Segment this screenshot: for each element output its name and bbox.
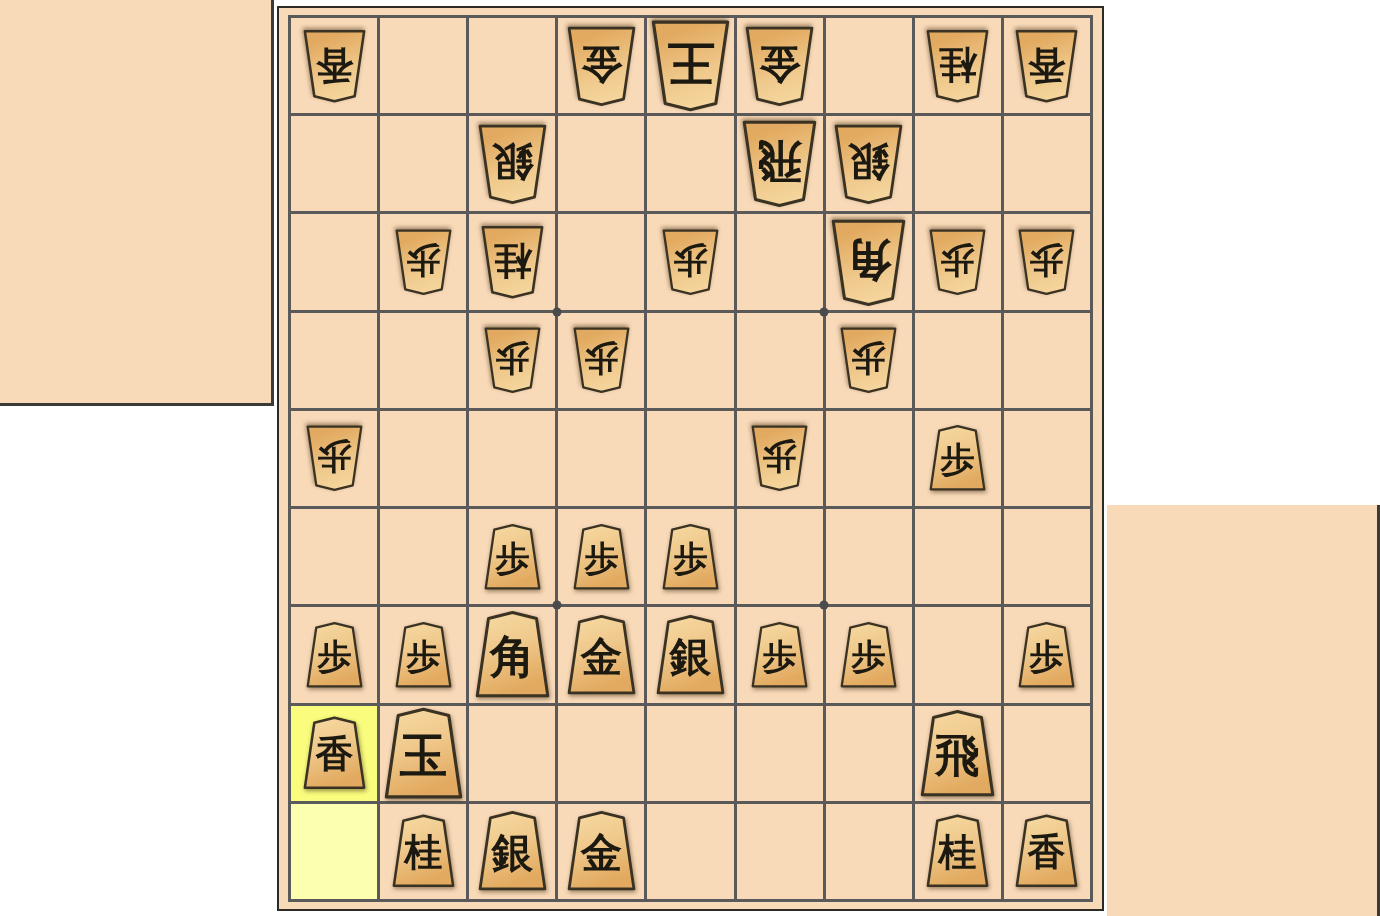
board-cell-6c[interactable] <box>558 214 644 309</box>
board-cell-3a[interactable] <box>826 18 912 113</box>
piece-tile: 飛 <box>742 117 817 210</box>
board-cell-7i[interactable]: 銀 <box>469 804 555 899</box>
piece-kanji: 歩 <box>1029 636 1064 676</box>
piece-sente-pawn[interactable]: 歩 <box>929 419 986 497</box>
board-cell-4a[interactable]: 金 <box>737 18 823 113</box>
piece-kanji: 金 <box>580 40 623 89</box>
piece-tile: 歩 <box>662 518 719 596</box>
board-cell-1f[interactable] <box>1004 509 1090 604</box>
board-cell-7h[interactable] <box>469 706 555 801</box>
piece-gote-gold[interactable]: 金 <box>745 22 814 110</box>
board-cell-5e[interactable] <box>647 411 733 506</box>
piece-kanji: 歩 <box>584 339 619 379</box>
piece-kanji: 歩 <box>852 339 887 379</box>
piece-tile: 歩 <box>751 616 808 694</box>
board-cell-6a[interactable]: 金 <box>558 18 644 113</box>
board-cell-9f[interactable] <box>291 509 377 604</box>
gote-piece-stand <box>0 0 274 406</box>
board-cell-3f[interactable] <box>826 509 912 604</box>
piece-sente-lance[interactable]: 香 <box>303 711 366 795</box>
piece-tile: 金 <box>567 22 636 110</box>
piece-kanji: 歩 <box>672 538 707 578</box>
piece-tile: 金 <box>567 807 636 895</box>
piece-sente-pawn[interactable]: 歩 <box>840 616 897 694</box>
piece-kanji: 香 <box>1028 42 1067 86</box>
piece-gote-lance[interactable]: 香 <box>1015 24 1078 108</box>
board-cell-8c[interactable]: 歩 <box>380 214 466 309</box>
piece-tile: 香 <box>1015 809 1078 893</box>
piece-kanji: 角 <box>488 630 535 683</box>
piece-kanji: 歩 <box>494 538 529 578</box>
board-cell-9a[interactable]: 香 <box>291 18 377 113</box>
piece-kanji: 歩 <box>940 440 975 480</box>
piece-sente-silver[interactable]: 銀 <box>656 611 725 699</box>
piece-gote-pawn[interactable]: 歩 <box>662 223 719 301</box>
board-cell-6f[interactable]: 歩 <box>558 509 644 604</box>
piece-sente-bishop[interactable]: 角 <box>475 608 550 701</box>
piece-kanji: 金 <box>580 828 623 877</box>
piece-kanji: 金 <box>758 40 801 89</box>
board-cell-1i[interactable]: 香 <box>1004 804 1090 899</box>
piece-tile: 歩 <box>395 223 452 301</box>
piece-gote-rook[interactable]: 飛 <box>742 117 817 210</box>
piece-kanji: 歩 <box>763 437 798 477</box>
piece-tile: 歩 <box>929 419 986 497</box>
board-cell-5f[interactable]: 歩 <box>647 509 733 604</box>
piece-sente-pawn[interactable]: 歩 <box>751 616 808 694</box>
piece-kanji: 飛 <box>757 136 803 189</box>
board-cell-1b[interactable] <box>1004 116 1090 211</box>
hoshi-dot <box>553 307 562 316</box>
piece-kanji: 歩 <box>673 241 708 281</box>
sente-piece-stand <box>1107 505 1380 916</box>
board-cell-9h[interactable]: 香 <box>291 706 377 801</box>
board-cell-7e[interactable] <box>469 411 555 506</box>
board-cell-9c[interactable] <box>291 214 377 309</box>
board-cell-3i[interactable] <box>826 804 912 899</box>
board-cell-8e[interactable] <box>380 411 466 506</box>
piece-kanji: 歩 <box>1030 241 1065 281</box>
board-cell-4i[interactable] <box>737 804 823 899</box>
piece-tile: 銀 <box>834 120 903 208</box>
shogi-board: 香金王金桂香銀飛銀歩桂歩角歩歩歩歩歩歩歩歩歩歩歩歩歩角金銀歩歩歩香玉飛桂銀金桂香 <box>277 6 1104 911</box>
piece-gote-pawn[interactable]: 歩 <box>751 419 808 497</box>
board-cell-9g[interactable]: 歩 <box>291 607 377 702</box>
board-cell-7g[interactable]: 角 <box>469 607 555 702</box>
piece-gote-knight[interactable]: 桂 <box>481 220 544 304</box>
piece-kanji: 桂 <box>937 831 977 875</box>
piece-kanji: 歩 <box>941 241 976 281</box>
piece-tile: 歩 <box>840 616 897 694</box>
board-cell-2e[interactable]: 歩 <box>915 411 1001 506</box>
piece-tile: 金 <box>567 611 636 699</box>
piece-kanji: 歩 <box>406 241 441 281</box>
piece-tile: 桂 <box>481 220 544 304</box>
piece-sente-pawn[interactable]: 歩 <box>662 518 719 596</box>
board-cell-9b[interactable] <box>291 116 377 211</box>
board-cell-9e[interactable]: 歩 <box>291 411 377 506</box>
piece-tile: 王 <box>651 18 730 113</box>
piece-gote-pawn[interactable]: 歩 <box>1018 223 1075 301</box>
board-cell-6g[interactable]: 金 <box>558 607 644 702</box>
piece-sente-knight[interactable]: 桂 <box>392 809 455 893</box>
board-cell-6d[interactable]: 歩 <box>558 313 644 408</box>
hoshi-dot <box>819 601 828 610</box>
board-cell-5a[interactable]: 王 <box>647 18 733 113</box>
board-cell-1g[interactable]: 歩 <box>1004 607 1090 702</box>
piece-kanji: 銀 <box>491 138 534 187</box>
board-cell-8f[interactable] <box>380 509 466 604</box>
board-cell-2c[interactable]: 歩 <box>915 214 1001 309</box>
board-cell-5b[interactable] <box>647 116 733 211</box>
piece-gote-silver[interactable]: 銀 <box>478 120 547 208</box>
piece-kanji: 飛 <box>934 728 980 781</box>
board-cell-3c[interactable]: 角 <box>826 214 912 309</box>
hoshi-dot <box>553 601 562 610</box>
board-cell-1a[interactable]: 香 <box>1004 18 1090 113</box>
piece-gote-pawn[interactable]: 歩 <box>573 321 630 399</box>
board-grid: 香金王金桂香銀飛銀歩桂歩角歩歩歩歩歩歩歩歩歩歩歩歩歩角金銀歩歩歩香玉飛桂銀金桂香 <box>288 15 1093 902</box>
piece-gote-pawn[interactable]: 歩 <box>929 223 986 301</box>
piece-gote-pawn[interactable]: 歩 <box>395 223 452 301</box>
piece-gote-pawn[interactable]: 歩 <box>484 321 541 399</box>
piece-tile: 歩 <box>306 419 363 497</box>
piece-tile: 歩 <box>929 223 986 301</box>
board-cell-3h[interactable] <box>826 706 912 801</box>
piece-tile: 香 <box>303 24 366 108</box>
piece-tile: 桂 <box>392 809 455 893</box>
board-cell-6b[interactable] <box>558 116 644 211</box>
piece-tile: 銀 <box>656 611 725 699</box>
board-cell-1c[interactable]: 歩 <box>1004 214 1090 309</box>
board-cell-5g[interactable]: 銀 <box>647 607 733 702</box>
board-cell-4e[interactable]: 歩 <box>737 411 823 506</box>
board-cell-5h[interactable] <box>647 706 733 801</box>
board-cell-4g[interactable]: 歩 <box>737 607 823 702</box>
piece-tile: 桂 <box>926 809 989 893</box>
board-cell-2g[interactable] <box>915 607 1001 702</box>
piece-tile: 金 <box>745 22 814 110</box>
piece-gote-pawn[interactable]: 歩 <box>840 321 897 399</box>
piece-kanji: 玉 <box>398 726 446 782</box>
piece-sente-silver[interactable]: 銀 <box>478 807 547 895</box>
piece-tile: 歩 <box>484 518 541 596</box>
piece-kanji: 角 <box>846 234 893 287</box>
piece-sente-king[interactable]: 玉 <box>384 706 463 801</box>
piece-kanji: 王 <box>667 36 715 92</box>
board-cell-7a[interactable] <box>469 18 555 113</box>
piece-sente-gold[interactable]: 金 <box>567 611 636 699</box>
board-cell-8b[interactable] <box>380 116 466 211</box>
piece-gote-gold[interactable]: 金 <box>567 22 636 110</box>
board-cell-3g[interactable]: 歩 <box>826 607 912 702</box>
piece-kanji: 歩 <box>583 538 618 578</box>
piece-kanji: 桂 <box>402 831 442 875</box>
piece-kanji: 香 <box>314 733 353 777</box>
piece-gote-bishop[interactable]: 角 <box>831 216 906 309</box>
piece-kanji: 歩 <box>495 339 530 379</box>
piece-tile: 角 <box>475 608 550 701</box>
board-cell-2d[interactable] <box>915 313 1001 408</box>
board-cell-2i[interactable]: 桂 <box>915 804 1001 899</box>
piece-kanji: 銀 <box>491 828 534 877</box>
board-cell-8i[interactable]: 桂 <box>380 804 466 899</box>
piece-tile: 歩 <box>1018 223 1075 301</box>
board-cell-5c[interactable]: 歩 <box>647 214 733 309</box>
board-cell-7b[interactable]: 銀 <box>469 116 555 211</box>
board-cell-3b[interactable]: 銀 <box>826 116 912 211</box>
piece-kanji: 香 <box>1027 831 1066 875</box>
piece-tile: 歩 <box>395 616 452 694</box>
board-cell-4f[interactable] <box>737 509 823 604</box>
board-cell-5i[interactable] <box>647 804 733 899</box>
piece-kanji: 歩 <box>762 636 797 676</box>
board-cell-2h[interactable]: 飛 <box>915 706 1001 801</box>
piece-tile: 香 <box>1015 24 1078 108</box>
piece-sente-lance[interactable]: 香 <box>1015 809 1078 893</box>
board-cell-3e[interactable] <box>826 411 912 506</box>
piece-sente-pawn[interactable]: 歩 <box>484 518 541 596</box>
piece-kanji: 歩 <box>851 636 886 676</box>
piece-tile: 玉 <box>384 706 463 801</box>
piece-sente-rook[interactable]: 飛 <box>920 707 995 800</box>
board-cell-8a[interactable] <box>380 18 466 113</box>
board-cell-7c[interactable]: 桂 <box>469 214 555 309</box>
piece-gote-lance[interactable]: 香 <box>303 24 366 108</box>
piece-tile: 歩 <box>573 321 630 399</box>
board-cell-1h[interactable] <box>1004 706 1090 801</box>
piece-kanji: 歩 <box>316 636 351 676</box>
piece-sente-gold[interactable]: 金 <box>567 807 636 895</box>
piece-gote-king[interactable]: 王 <box>651 18 730 113</box>
board-cell-3d[interactable]: 歩 <box>826 313 912 408</box>
piece-gote-silver[interactable]: 銀 <box>834 120 903 208</box>
board-cell-5d[interactable] <box>647 313 733 408</box>
board-cell-6h[interactable] <box>558 706 644 801</box>
piece-tile: 香 <box>303 711 366 795</box>
piece-tile: 桂 <box>926 24 989 108</box>
piece-tile: 歩 <box>306 616 363 694</box>
board-cell-8d[interactable] <box>380 313 466 408</box>
piece-kanji: 金 <box>580 632 623 681</box>
board-cell-8h[interactable]: 玉 <box>380 706 466 801</box>
piece-tile: 歩 <box>662 223 719 301</box>
board-cell-4h[interactable] <box>737 706 823 801</box>
board-cell-1d[interactable] <box>1004 313 1090 408</box>
board-cell-4d[interactable] <box>737 313 823 408</box>
board-cell-4b[interactable]: 飛 <box>737 116 823 211</box>
piece-kanji: 歩 <box>405 636 440 676</box>
piece-tile: 銀 <box>478 120 547 208</box>
piece-tile: 歩 <box>1018 616 1075 694</box>
piece-tile: 歩 <box>840 321 897 399</box>
hoshi-dot <box>819 307 828 316</box>
piece-sente-pawn[interactable]: 歩 <box>573 518 630 596</box>
board-cell-7d[interactable]: 歩 <box>469 313 555 408</box>
board-cell-2a[interactable]: 桂 <box>915 18 1001 113</box>
board-cell-1e[interactable] <box>1004 411 1090 506</box>
board-cell-2f[interactable] <box>915 509 1001 604</box>
piece-sente-pawn[interactable]: 歩 <box>395 616 452 694</box>
piece-tile: 歩 <box>573 518 630 596</box>
piece-tile: 歩 <box>484 321 541 399</box>
piece-gote-pawn[interactable]: 歩 <box>306 419 363 497</box>
board-cell-6i[interactable]: 金 <box>558 804 644 899</box>
piece-tile: 角 <box>831 216 906 309</box>
piece-sente-knight[interactable]: 桂 <box>926 809 989 893</box>
piece-kanji: 桂 <box>939 42 979 86</box>
board-cell-9i[interactable] <box>291 804 377 899</box>
board-cell-7f[interactable]: 歩 <box>469 509 555 604</box>
board-cell-9d[interactable] <box>291 313 377 408</box>
piece-sente-pawn[interactable]: 歩 <box>1018 616 1075 694</box>
board-cell-4c[interactable] <box>737 214 823 309</box>
piece-sente-pawn[interactable]: 歩 <box>306 616 363 694</box>
piece-kanji: 香 <box>315 42 354 86</box>
piece-kanji: 歩 <box>317 437 352 477</box>
piece-kanji: 桂 <box>493 239 533 283</box>
board-cell-6e[interactable] <box>558 411 644 506</box>
piece-tile: 銀 <box>478 807 547 895</box>
piece-tile: 飛 <box>920 707 995 800</box>
piece-tile: 歩 <box>751 419 808 497</box>
piece-kanji: 銀 <box>669 632 712 681</box>
piece-kanji: 銀 <box>847 138 890 187</box>
piece-gote-knight[interactable]: 桂 <box>926 24 989 108</box>
board-cell-2b[interactable] <box>915 116 1001 211</box>
board-cell-8g[interactable]: 歩 <box>380 607 466 702</box>
